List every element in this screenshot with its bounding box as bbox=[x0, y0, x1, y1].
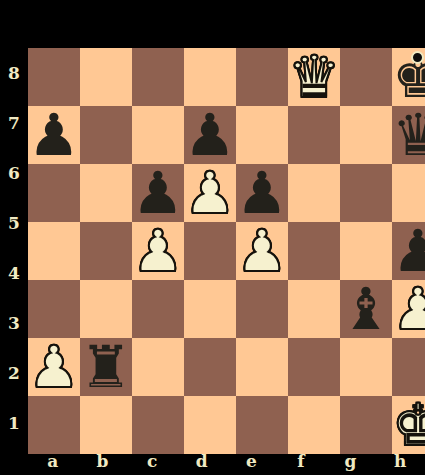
square-d7[interactable] bbox=[184, 48, 236, 106]
square-a5[interactable] bbox=[28, 164, 80, 222]
rank-label-3: 3 bbox=[0, 298, 28, 348]
black-pawn[interactable]: ♟ bbox=[392, 222, 425, 280]
black-to-move-indicator bbox=[411, 51, 424, 64]
black-rook[interactable]: ♜ bbox=[80, 338, 132, 396]
white-queen[interactable]: ♛ bbox=[288, 48, 340, 106]
white-pawn[interactable]: ♟ bbox=[392, 280, 425, 338]
black-pawn[interactable]: ♟ bbox=[132, 164, 184, 222]
square-f3[interactable] bbox=[288, 280, 340, 338]
file-label-e: e bbox=[227, 448, 277, 475]
rank-label-4: 4 bbox=[0, 248, 28, 298]
square-g4[interactable] bbox=[340, 222, 392, 280]
square-e4[interactable]: ♟ bbox=[236, 222, 288, 280]
square-h3[interactable]: ♟ bbox=[392, 280, 425, 338]
rank-labels: 87654321 bbox=[0, 48, 28, 448]
black-pawn[interactable]: ♟ bbox=[28, 106, 80, 164]
square-b3[interactable] bbox=[80, 280, 132, 338]
square-b6[interactable] bbox=[80, 106, 132, 164]
square-f7[interactable]: ♛ bbox=[288, 48, 340, 106]
square-c1[interactable] bbox=[132, 396, 184, 454]
black-pawn[interactable]: ♟ bbox=[184, 106, 236, 164]
square-a3[interactable] bbox=[28, 280, 80, 338]
rank-label-7: 7 bbox=[0, 98, 28, 148]
square-d1[interactable] bbox=[184, 396, 236, 454]
square-d4[interactable] bbox=[184, 222, 236, 280]
square-f4[interactable] bbox=[288, 222, 340, 280]
file-label-a: a bbox=[28, 448, 78, 475]
white-pawn[interactable]: ♟ bbox=[28, 338, 80, 396]
square-c5[interactable]: ♟ bbox=[132, 164, 184, 222]
rank-label-5: 5 bbox=[0, 198, 28, 248]
square-e1[interactable] bbox=[236, 396, 288, 454]
square-a4[interactable] bbox=[28, 222, 80, 280]
square-c7[interactable] bbox=[132, 48, 184, 106]
square-g5[interactable] bbox=[340, 164, 392, 222]
chess-board: ♛♚♟♟♛♟♟♟♟♟♟♝♟♟♜♚ bbox=[28, 48, 425, 448]
square-f2[interactable] bbox=[288, 338, 340, 396]
square-e3[interactable] bbox=[236, 280, 288, 338]
square-b1[interactable] bbox=[80, 396, 132, 454]
square-d6[interactable]: ♟ bbox=[184, 106, 236, 164]
square-b7[interactable] bbox=[80, 48, 132, 106]
white-pawn[interactable]: ♟ bbox=[132, 222, 184, 280]
square-f5[interactable] bbox=[288, 164, 340, 222]
white-pawn[interactable]: ♟ bbox=[236, 222, 288, 280]
square-f1[interactable] bbox=[288, 396, 340, 454]
white-king[interactable]: ♚ bbox=[392, 396, 425, 454]
file-label-h: h bbox=[375, 448, 425, 475]
square-a6[interactable]: ♟ bbox=[28, 106, 80, 164]
file-label-d: d bbox=[177, 448, 227, 475]
square-d2[interactable] bbox=[184, 338, 236, 396]
rank-label-1: 1 bbox=[0, 398, 28, 448]
square-g6[interactable] bbox=[340, 106, 392, 164]
square-a2[interactable]: ♟ bbox=[28, 338, 80, 396]
square-h4[interactable]: ♟ bbox=[392, 222, 425, 280]
square-h1[interactable]: ♚ bbox=[392, 396, 425, 454]
file-label-f: f bbox=[276, 448, 326, 475]
square-g7[interactable] bbox=[340, 48, 392, 106]
chess-diagram: 87654321 ♛♚♟♟♛♟♟♟♟♟♟♝♟♟♜♚ abcdefgh bbox=[0, 0, 425, 475]
square-g2[interactable] bbox=[340, 338, 392, 396]
square-c3[interactable] bbox=[132, 280, 184, 338]
file-labels: abcdefgh bbox=[28, 448, 425, 475]
square-h6[interactable]: ♛ bbox=[392, 106, 425, 164]
file-label-g: g bbox=[326, 448, 376, 475]
file-label-c: c bbox=[127, 448, 177, 475]
square-g3[interactable]: ♝ bbox=[340, 280, 392, 338]
rank-label-2: 2 bbox=[0, 348, 28, 398]
square-f6[interactable] bbox=[288, 106, 340, 164]
square-c2[interactable] bbox=[132, 338, 184, 396]
square-a7[interactable] bbox=[28, 48, 80, 106]
rank-label-6: 6 bbox=[0, 148, 28, 198]
square-b5[interactable] bbox=[80, 164, 132, 222]
black-queen[interactable]: ♛ bbox=[392, 106, 425, 164]
black-pawn[interactable]: ♟ bbox=[236, 164, 288, 222]
rank-label-8: 8 bbox=[0, 48, 28, 98]
square-e5[interactable]: ♟ bbox=[236, 164, 288, 222]
square-h5[interactable] bbox=[392, 164, 425, 222]
square-a1[interactable] bbox=[28, 396, 80, 454]
square-e2[interactable] bbox=[236, 338, 288, 396]
square-e7[interactable] bbox=[236, 48, 288, 106]
square-c6[interactable] bbox=[132, 106, 184, 164]
black-bishop[interactable]: ♝ bbox=[340, 280, 392, 338]
square-d3[interactable] bbox=[184, 280, 236, 338]
square-c4[interactable]: ♟ bbox=[132, 222, 184, 280]
white-pawn[interactable]: ♟ bbox=[184, 164, 236, 222]
square-b2[interactable]: ♜ bbox=[80, 338, 132, 396]
square-g1[interactable] bbox=[340, 396, 392, 454]
square-b4[interactable] bbox=[80, 222, 132, 280]
square-d5[interactable]: ♟ bbox=[184, 164, 236, 222]
square-h2[interactable] bbox=[392, 338, 425, 396]
file-label-b: b bbox=[78, 448, 128, 475]
square-e6[interactable] bbox=[236, 106, 288, 164]
